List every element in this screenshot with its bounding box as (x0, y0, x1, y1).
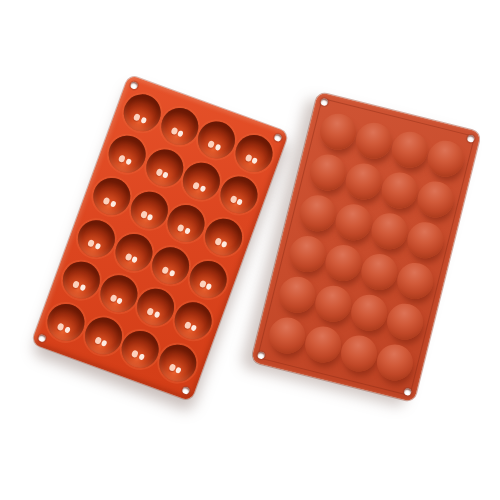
hemisphere-cavity (95, 270, 142, 317)
dome-grid (264, 107, 469, 387)
hemisphere-cavity (178, 158, 225, 205)
hemisphere-dome (341, 160, 385, 204)
hemisphere-dome (301, 323, 345, 367)
hemisphere-dome (383, 300, 427, 344)
hemisphere-cavity (80, 312, 127, 359)
hanging-hole (320, 98, 328, 106)
hemisphere-cavity (42, 299, 89, 346)
silicone-mold-cavity-side (31, 75, 289, 402)
hemisphere-cavity (110, 229, 157, 276)
hemisphere-cavity (125, 187, 172, 234)
hemisphere-cavity (119, 89, 166, 136)
hemisphere-cavity (215, 172, 262, 219)
hemisphere-cavity (184, 256, 231, 303)
hemisphere-cavity (117, 326, 164, 373)
hemisphere-dome (311, 282, 355, 326)
hemisphere-cavity (147, 242, 194, 289)
hemisphere-cavity (73, 215, 120, 262)
hemisphere-dome (265, 314, 309, 358)
hemisphere-dome (403, 218, 447, 262)
hemisphere-cavity (193, 116, 240, 163)
hemisphere-dome (337, 332, 381, 376)
hemisphere-dome (373, 340, 417, 384)
hemisphere-dome (306, 151, 350, 195)
hemisphere-cavity (156, 103, 203, 150)
hemisphere-cavity (58, 257, 105, 304)
hemisphere-dome (423, 137, 467, 181)
hemisphere-cavity (200, 214, 247, 261)
hemisphere-dome (388, 128, 432, 172)
hemisphere-dome (275, 273, 319, 317)
hemisphere-cavity (162, 200, 209, 247)
hemisphere-dome (357, 250, 401, 294)
hemisphere-cavity (230, 130, 277, 177)
hemisphere-cavity (104, 131, 151, 178)
product-photo (0, 0, 500, 500)
hanging-hole (257, 351, 265, 359)
hemisphere-dome (367, 209, 411, 253)
hemisphere-dome (331, 200, 375, 244)
hemisphere-dome (413, 177, 457, 221)
hemisphere-cavity (132, 284, 179, 331)
hemisphere-cavity (88, 173, 135, 220)
hemisphere-cavity (169, 297, 216, 344)
hanging-hole (403, 388, 411, 396)
hemisphere-dome (295, 191, 339, 235)
hemisphere-dome (347, 291, 391, 335)
hemisphere-cavity (141, 145, 188, 192)
hemisphere-dome (316, 110, 360, 154)
hemisphere-dome (352, 119, 396, 163)
cavity-grid (40, 85, 280, 391)
hemisphere-dome (321, 241, 365, 285)
hemisphere-dome (393, 259, 437, 303)
hemisphere-cavity (154, 339, 201, 386)
hemisphere-dome (285, 232, 329, 276)
hemisphere-dome (377, 169, 421, 213)
